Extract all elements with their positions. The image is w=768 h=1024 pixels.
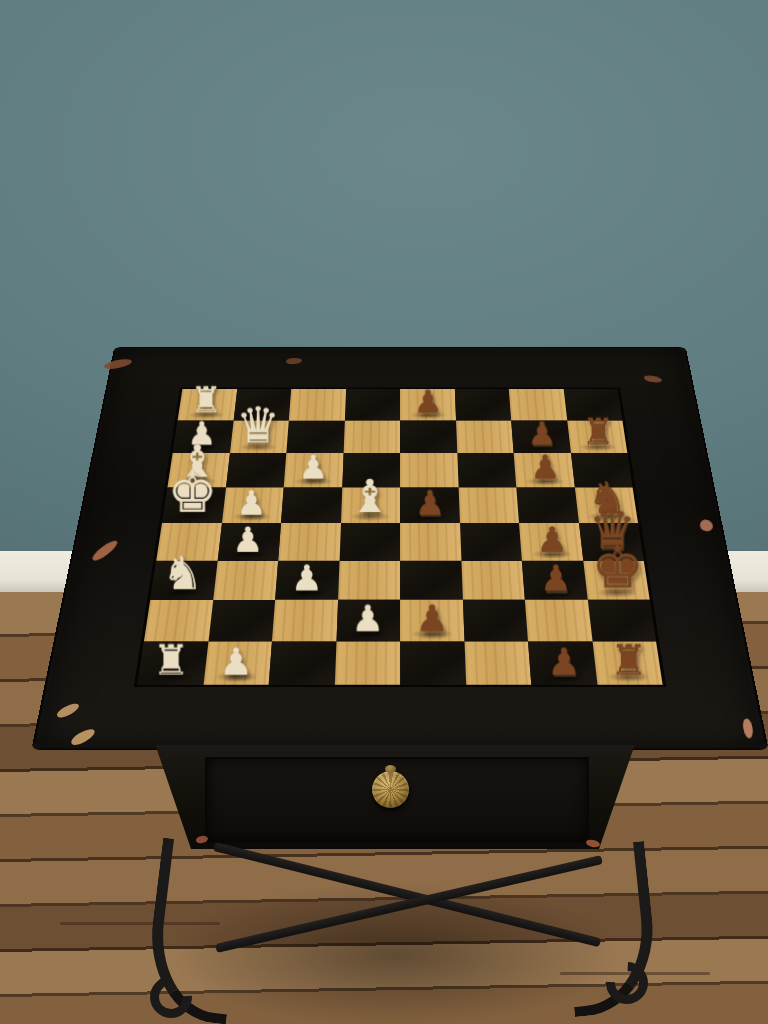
square-g6[interactable]: ♟ <box>514 453 575 487</box>
square-h1[interactable]: ♜ <box>592 641 663 684</box>
square-c5[interactable] <box>281 487 342 523</box>
square-f3[interactable] <box>461 561 525 600</box>
square-c8[interactable] <box>289 389 346 420</box>
table-top: ♜♟♟♛♟♜♝♟♟♚♟♝♟♞♟♟♛♞♟♟♚♟♟♜♟♟♜ <box>34 348 766 748</box>
square-a5[interactable]: ♚ <box>162 487 226 523</box>
square-b3[interactable] <box>213 561 278 600</box>
square-h3[interactable]: ♚ <box>583 561 650 600</box>
piece-black-king-h3[interactable]: ♚ <box>592 539 645 595</box>
square-a1[interactable]: ♜ <box>137 641 208 684</box>
square-c3[interactable]: ♟ <box>275 561 339 600</box>
square-b2[interactable] <box>208 600 275 641</box>
square-g5[interactable] <box>516 487 578 523</box>
square-g1[interactable]: ♟ <box>528 641 597 684</box>
piece-white-pawn-b4[interactable]: ♟ <box>233 523 264 556</box>
square-f6[interactable] <box>457 453 516 487</box>
square-b1[interactable]: ♟ <box>203 641 272 684</box>
square-d2[interactable]: ♟ <box>336 600 400 641</box>
piece-white-pawn-c3[interactable]: ♟ <box>291 561 323 595</box>
piece-white-knight-a3[interactable]: ♞ <box>161 551 202 595</box>
square-b5[interactable]: ♟ <box>222 487 284 523</box>
square-e7[interactable] <box>400 420 457 453</box>
square-e1[interactable] <box>400 641 466 684</box>
piece-black-rook-h1[interactable]: ♜ <box>610 640 647 680</box>
piece-white-queen-b7[interactable]: ♛ <box>236 402 280 449</box>
square-g3[interactable]: ♟ <box>522 561 587 600</box>
square-f4[interactable] <box>460 523 522 561</box>
square-d4[interactable] <box>339 523 400 561</box>
square-f5[interactable] <box>458 487 519 523</box>
square-a3[interactable]: ♞ <box>150 561 217 600</box>
square-f8[interactable] <box>454 389 511 420</box>
table-rim: ♜♟♟♛♟♜♝♟♟♚♟♝♟♞♟♟♛♞♟♟♚♟♟♜♟♟♜ <box>34 348 766 748</box>
square-e3[interactable] <box>400 561 462 600</box>
square-d7[interactable] <box>343 420 400 453</box>
piece-white-pawn-b1[interactable]: ♟ <box>220 644 254 680</box>
piece-white-rook-a8[interactable]: ♜ <box>190 383 222 417</box>
square-f7[interactable] <box>456 420 514 453</box>
square-c4[interactable] <box>278 523 340 561</box>
piece-black-pawn-e2[interactable]: ♟ <box>416 602 449 637</box>
piece-black-pawn-e8[interactable]: ♟ <box>414 386 442 416</box>
square-d1[interactable] <box>334 641 400 684</box>
square-e4[interactable] <box>400 523 461 561</box>
square-f1[interactable] <box>464 641 531 684</box>
piece-black-pawn-e5[interactable]: ♟ <box>414 486 444 518</box>
piece-white-rook-a1[interactable]: ♜ <box>152 640 189 680</box>
square-b4[interactable]: ♟ <box>217 523 281 561</box>
piece-black-rook-h7[interactable]: ♜ <box>582 415 614 449</box>
piece-white-pawn-d2[interactable]: ♟ <box>352 602 385 637</box>
square-e8[interactable]: ♟ <box>400 389 456 420</box>
square-c1[interactable] <box>269 641 336 684</box>
square-g2[interactable] <box>525 600 592 641</box>
piece-black-pawn-g4[interactable]: ♟ <box>536 523 567 556</box>
drawer-knob[interactable] <box>372 771 409 808</box>
chessboard: ♜♟♟♛♟♜♝♟♟♚♟♝♟♞♟♟♛♞♟♟♚♟♟♜♟♟♜ <box>137 389 662 685</box>
square-e2[interactable]: ♟ <box>400 600 464 641</box>
square-d3[interactable] <box>338 561 400 600</box>
piece-black-pawn-g1[interactable]: ♟ <box>547 644 581 680</box>
piece-white-king-a5[interactable]: ♚ <box>167 466 217 519</box>
square-b7[interactable]: ♛ <box>229 420 288 453</box>
piece-black-pawn-g3[interactable]: ♟ <box>540 561 572 595</box>
square-g4[interactable]: ♟ <box>519 523 583 561</box>
piece-black-pawn-g7[interactable]: ♟ <box>527 418 556 449</box>
piece-black-pawn-g6[interactable]: ♟ <box>530 452 560 483</box>
scene: ♜♟♟♛♟♜♝♟♟♚♟♝♟♞♟♟♛♞♟♟♚♟♟♜♟♟♜ <box>0 0 768 1024</box>
square-e5[interactable]: ♟ <box>400 487 460 523</box>
square-f2[interactable] <box>462 600 528 641</box>
square-d5[interactable]: ♝ <box>341 487 401 523</box>
piece-white-pawn-c6[interactable]: ♟ <box>298 452 328 483</box>
piece-white-pawn-b5[interactable]: ♟ <box>236 486 266 518</box>
piece-white-bishop-d5[interactable]: ♝ <box>350 475 391 519</box>
square-c2[interactable] <box>272 600 338 641</box>
square-d8[interactable] <box>344 389 400 420</box>
square-h7[interactable]: ♜ <box>567 420 628 453</box>
square-c6[interactable]: ♟ <box>284 453 343 487</box>
